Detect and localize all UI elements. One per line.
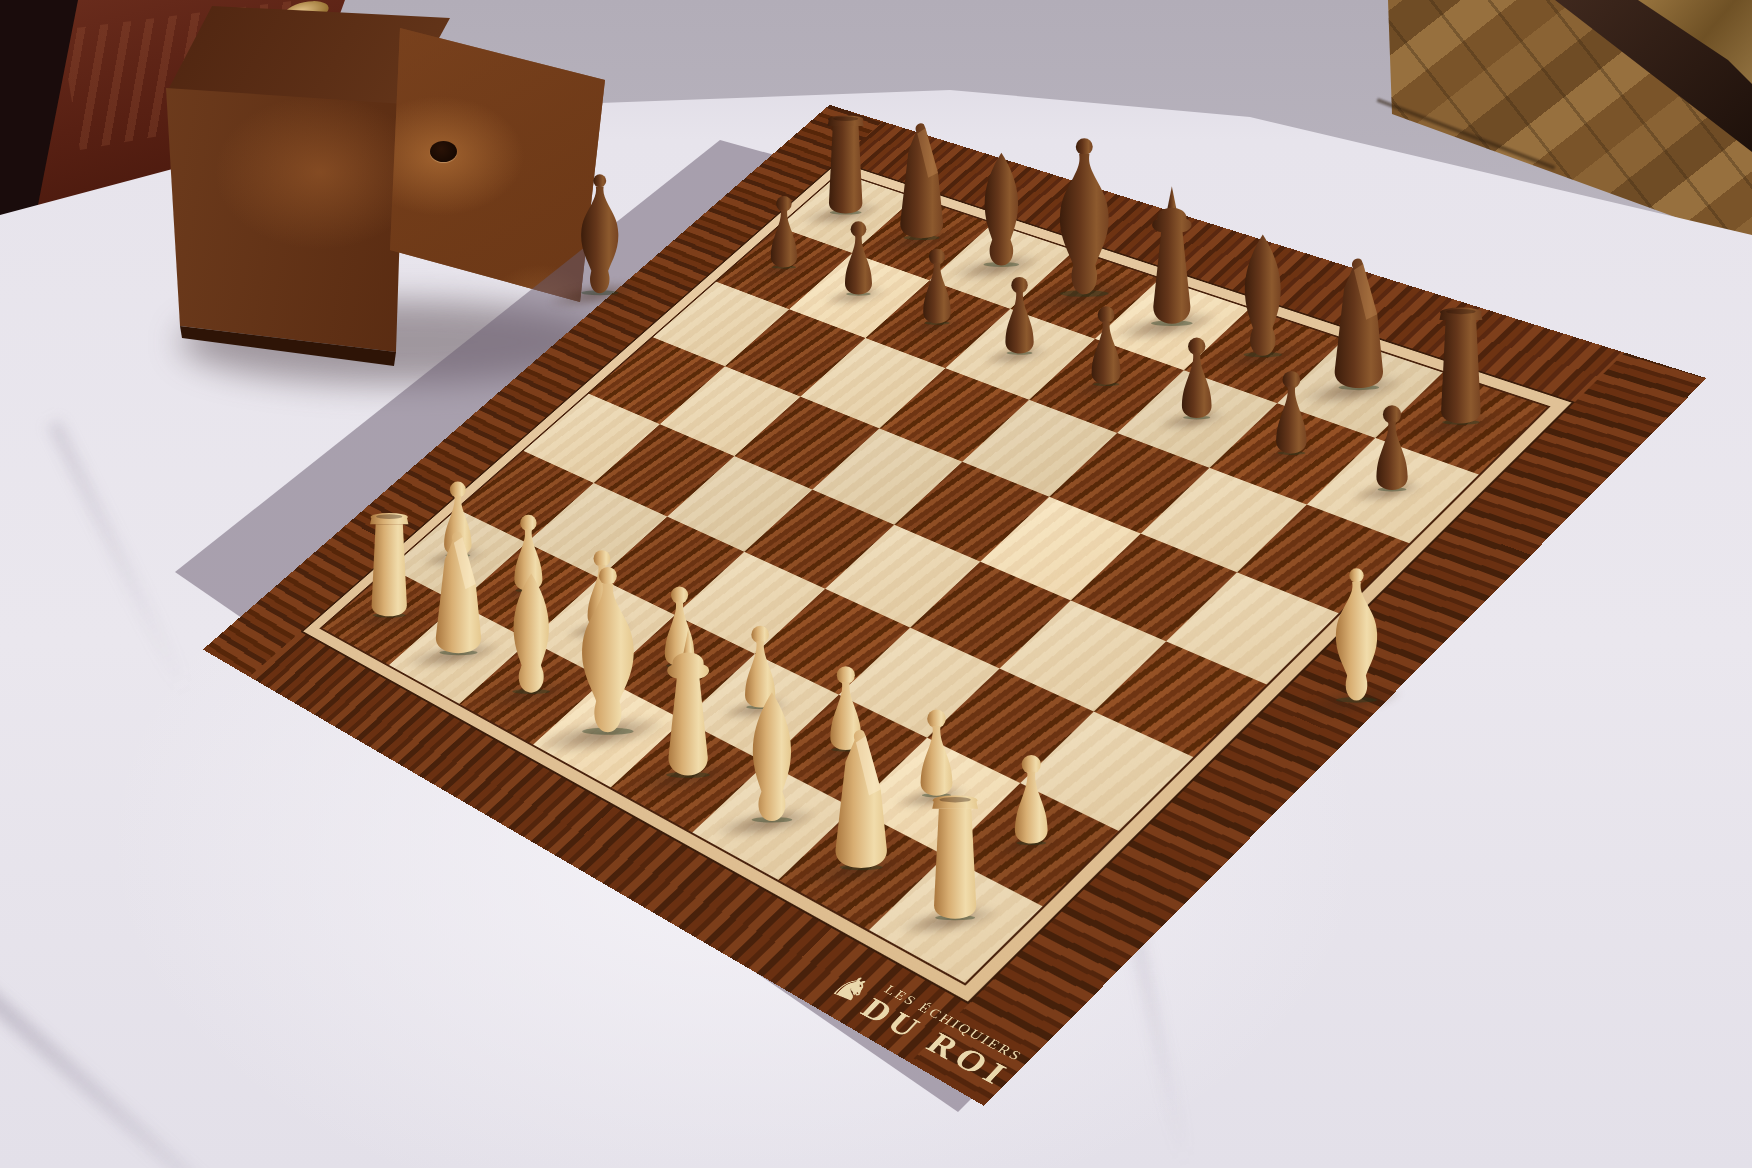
piece-black-bishop-f8[interactable] — [1228, 223, 1298, 362]
piece-white-rook-a1[interactable] — [359, 501, 419, 622]
piece-black-pawn-c7[interactable] — [914, 236, 960, 328]
piece-black-pawn-d7[interactable] — [996, 264, 1043, 358]
piece-black-pawn-a7[interactable] — [762, 184, 806, 272]
piece-black-knight-g8[interactable] — [1322, 248, 1396, 395]
piece-white-pawn-h2[interactable] — [1004, 740, 1058, 849]
piece-white-king-e1[interactable] — [648, 623, 728, 783]
piece-black-rook-h8[interactable] — [1427, 294, 1495, 430]
piece-white-knight-g1[interactable] — [822, 719, 900, 876]
piece-black-knight-b8[interactable] — [889, 114, 954, 245]
piece-black-pawn-h7[interactable] — [1366, 391, 1418, 495]
piece-white-queen-spare[interactable] — [1319, 558, 1394, 708]
piece-white-knight-b1[interactable] — [424, 522, 493, 660]
piece-black-pawn-f7[interactable] — [1172, 324, 1221, 423]
piece-black-rook-a8[interactable] — [817, 104, 874, 219]
piece-black-queen-d8[interactable] — [1040, 126, 1129, 303]
piece-white-bishop-f1[interactable] — [735, 680, 809, 828]
piece-black-pawn-b7[interactable] — [836, 209, 881, 299]
piece-black-queen-spare[interactable] — [566, 165, 634, 300]
lid-finger-hole — [430, 141, 457, 162]
piece-white-rook-h1[interactable] — [919, 781, 991, 925]
piece-white-bishop-c1[interactable] — [497, 562, 565, 699]
piece-white-queen-d1[interactable] — [561, 554, 655, 742]
piece-black-bishop-c8[interactable] — [969, 142, 1034, 272]
piece-black-pawn-g7[interactable] — [1266, 357, 1317, 458]
piece-black-king-e8[interactable] — [1134, 180, 1210, 331]
piece-black-pawn-e7[interactable] — [1082, 293, 1130, 390]
scene: ♞ LES ÉCHIQUIERS DU ROI — [0, 0, 1752, 1168]
